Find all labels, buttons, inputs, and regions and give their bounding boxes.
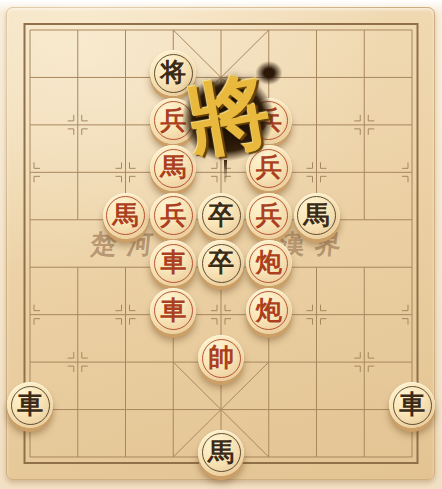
piece-red-soldier[interactable]: 兵 [150, 193, 196, 239]
piece-red-cannon[interactable]: 炮 [246, 240, 292, 286]
piece-glyph: 卒 [208, 192, 234, 238]
piece-glyph: 兵 [160, 97, 186, 143]
piece-glyph: 炮 [256, 287, 282, 333]
piece-black-horse[interactable]: 馬 [294, 193, 340, 239]
piece-glyph: 馬 [304, 192, 330, 238]
piece-glyph: 車 [17, 381, 43, 427]
piece-glyph: 兵 [256, 97, 282, 143]
piece-red-cannon[interactable]: 炮 [246, 288, 292, 334]
piece-glyph: 兵 [256, 144, 282, 190]
piece-glyph: 帥 [208, 334, 234, 380]
piece-glyph: 車 [399, 381, 425, 427]
piece-glyph: 兵 [160, 192, 186, 238]
piece-black-soldier[interactable]: 卒 [198, 193, 244, 239]
piece-red-soldier[interactable]: 兵 [246, 193, 292, 239]
xiangqi-app: 楚河 漢界 将兵兵馬兵馬兵卒兵馬車卒炮車炮帥車車馬 將 [0, 0, 442, 489]
piece-black-chariot[interactable]: 車 [389, 382, 435, 428]
piece-red-horse[interactable]: 馬 [103, 193, 149, 239]
piece-glyph: 馬 [160, 144, 186, 190]
piece-red-soldier[interactable]: 兵 [150, 98, 196, 144]
piece-glyph: 車 [160, 287, 186, 333]
piece-red-horse[interactable]: 馬 [150, 145, 196, 191]
piece-glyph: 将 [160, 49, 186, 95]
piece-black-chariot[interactable]: 車 [7, 382, 53, 428]
piece-red-general[interactable]: 帥 [198, 335, 244, 381]
piece-red-soldier[interactable]: 兵 [246, 145, 292, 191]
piece-red-chariot[interactable]: 車 [150, 288, 196, 334]
piece-red-soldier[interactable]: 兵 [246, 98, 292, 144]
piece-glyph: 車 [160, 239, 186, 285]
pieces-grid: 将兵兵馬兵馬兵卒兵馬車卒炮車炮帥車車馬 [6, 6, 436, 480]
piece-glyph: 炮 [256, 239, 282, 285]
piece-glyph: 兵 [256, 192, 282, 238]
piece-glyph: 馬 [208, 429, 234, 475]
piece-black-horse[interactable]: 馬 [198, 430, 244, 476]
piece-glyph: 馬 [113, 192, 139, 238]
piece-black-soldier[interactable]: 卒 [198, 240, 244, 286]
piece-glyph: 卒 [208, 239, 234, 285]
piece-red-chariot[interactable]: 車 [150, 240, 196, 286]
piece-black-general[interactable]: 将 [150, 50, 196, 96]
